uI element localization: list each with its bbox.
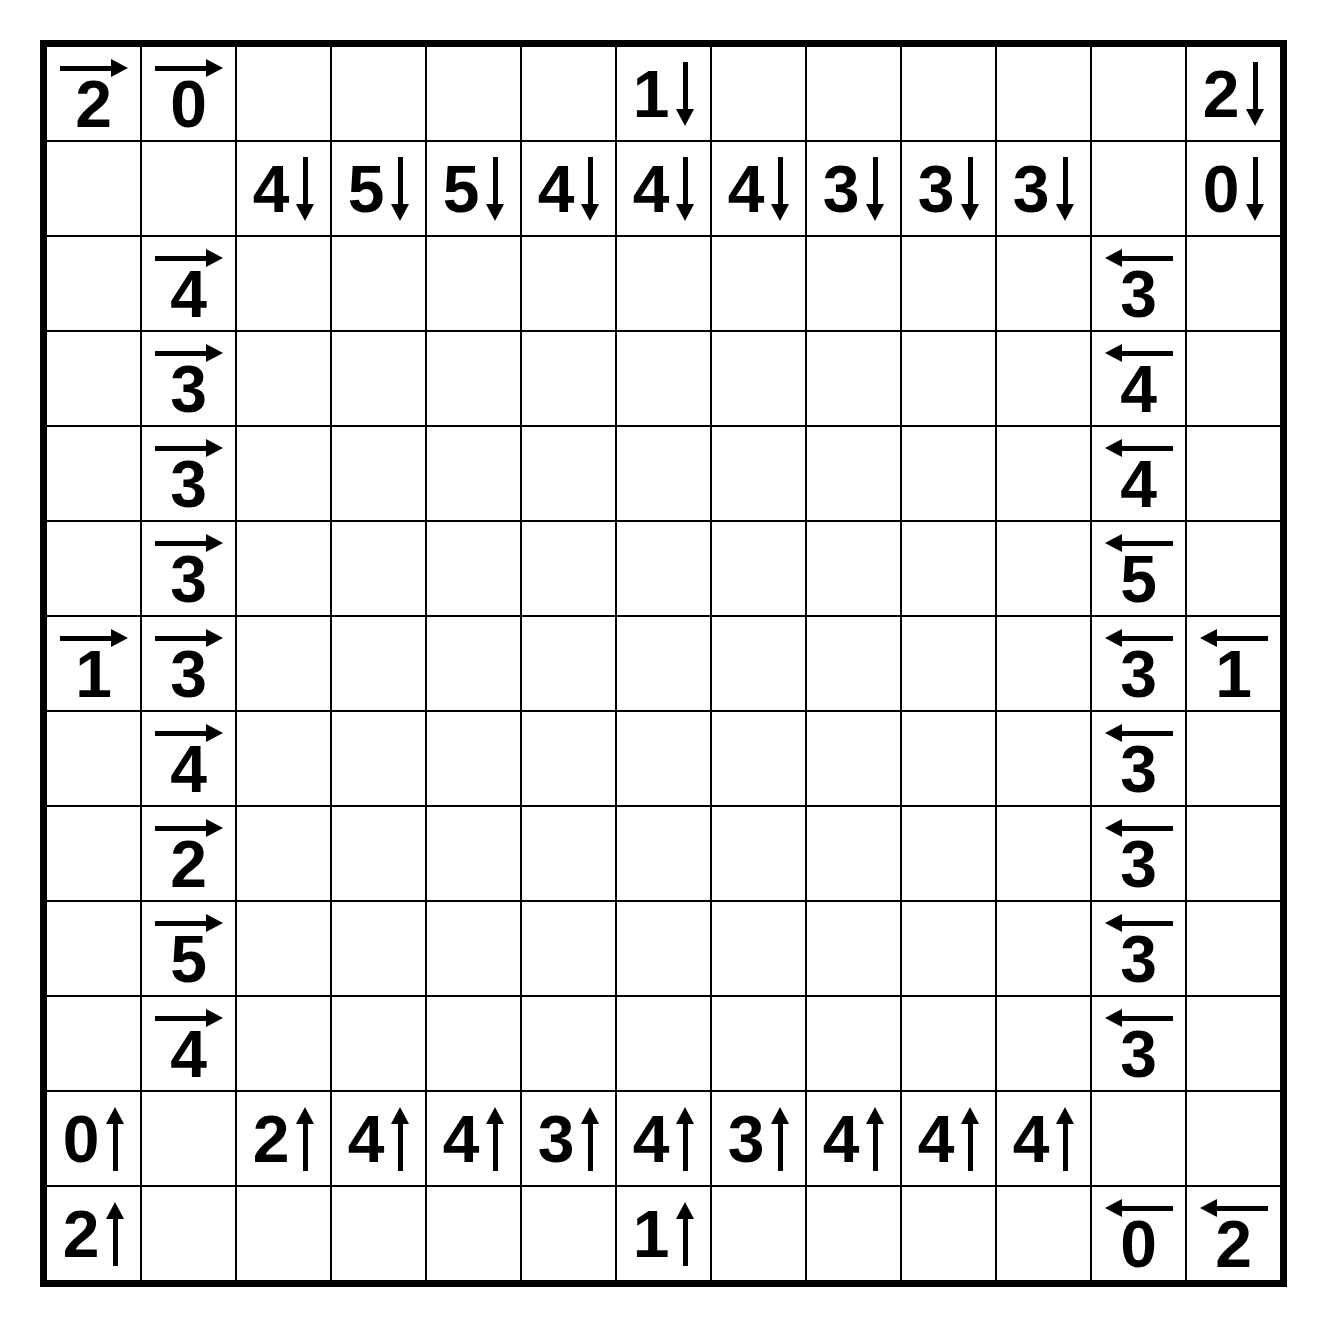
clue-number: 5 xyxy=(1120,554,1157,604)
cell-r3c10[interactable] xyxy=(901,236,996,331)
cell-r6c10[interactable] xyxy=(901,521,996,616)
cell-r11c12: 3 xyxy=(1091,996,1186,1091)
cell-r2c6: 4 xyxy=(521,141,616,236)
cell-r4c9[interactable] xyxy=(806,331,901,426)
arrow-right-icon xyxy=(155,249,223,267)
clue-number: 4 xyxy=(253,164,290,214)
clue-number: 2 xyxy=(253,1114,290,1164)
clue-number: 3 xyxy=(170,459,207,509)
cell-r12c5: 4 xyxy=(426,1091,521,1186)
cell-r9c11[interactable] xyxy=(996,806,1091,901)
cell-r13c3[interactable] xyxy=(236,1186,331,1281)
arrow-up-icon xyxy=(676,1202,694,1266)
arrow-left-icon xyxy=(1105,1199,1173,1217)
cell-r7c2: 3 xyxy=(141,616,236,711)
cell-r11c4[interactable] xyxy=(331,996,426,1091)
cell-r9c4[interactable] xyxy=(331,806,426,901)
arrow-right-icon xyxy=(155,914,223,932)
arrow-down-icon xyxy=(391,157,409,221)
clue-number: 5 xyxy=(443,164,480,214)
arrow-left-icon xyxy=(1105,629,1173,647)
cell-r10c9[interactable] xyxy=(806,901,901,996)
cell-r9c5[interactable] xyxy=(426,806,521,901)
clue-number: 4 xyxy=(443,1114,480,1164)
cell-r6c2: 3 xyxy=(141,521,236,616)
arrow-down-icon xyxy=(771,157,789,221)
cell-r6c3[interactable] xyxy=(236,521,331,616)
arrow-down-icon xyxy=(1246,157,1264,221)
arrow-right-icon xyxy=(60,59,128,77)
clue-number: 1 xyxy=(1215,649,1252,699)
arrow-left-icon xyxy=(1105,1009,1173,1027)
cell-r12c7: 4 xyxy=(616,1091,711,1186)
clue-number: 4 xyxy=(728,164,765,214)
clue-number: 3 xyxy=(728,1114,765,1164)
cell-r1c1: 2 xyxy=(46,46,141,141)
cell-r12c2[interactable] xyxy=(141,1091,236,1186)
cell-r2c11: 3 xyxy=(996,141,1091,236)
cell-r13c2[interactable] xyxy=(141,1186,236,1281)
cell-r2c5: 5 xyxy=(426,141,521,236)
cell-r12c10: 4 xyxy=(901,1091,996,1186)
cell-r3c11[interactable] xyxy=(996,236,1091,331)
cell-r6c1[interactable] xyxy=(46,521,141,616)
arrow-up-icon xyxy=(771,1107,789,1171)
cell-r4c13[interactable] xyxy=(1186,331,1281,426)
cell-r2c9: 3 xyxy=(806,141,901,236)
arrow-down-icon xyxy=(1246,62,1264,126)
arrow-right-icon xyxy=(155,1009,223,1027)
cell-r10c6[interactable] xyxy=(521,901,616,996)
cell-r10c2: 5 xyxy=(141,901,236,996)
clue-number: 2 xyxy=(1203,69,1240,119)
cell-r4c7[interactable] xyxy=(616,331,711,426)
arrow-left-icon xyxy=(1200,1199,1268,1217)
cell-r5c5[interactable] xyxy=(426,426,521,521)
cell-r4c5[interactable] xyxy=(426,331,521,426)
cell-r1c13: 2 xyxy=(1186,46,1281,141)
cell-r12c1: 0 xyxy=(46,1091,141,1186)
clue-number: 2 xyxy=(170,839,207,889)
arrow-up-icon xyxy=(961,1107,979,1171)
cell-r10c13[interactable] xyxy=(1186,901,1281,996)
cell-r10c1[interactable] xyxy=(46,901,141,996)
arrow-left-icon xyxy=(1105,439,1173,457)
cell-r2c2[interactable] xyxy=(141,141,236,236)
cell-r2c8: 4 xyxy=(711,141,806,236)
arrow-left-icon xyxy=(1105,914,1173,932)
cell-r3c7[interactable] xyxy=(616,236,711,331)
cell-r5c11[interactable] xyxy=(996,426,1091,521)
clue-number: 3 xyxy=(170,554,207,604)
clue-number: 4 xyxy=(1120,459,1157,509)
cell-r9c10[interactable] xyxy=(901,806,996,901)
cell-r3c9[interactable] xyxy=(806,236,901,331)
cell-r9c6[interactable] xyxy=(521,806,616,901)
cell-r9c13[interactable] xyxy=(1186,806,1281,901)
cell-r9c2: 2 xyxy=(141,806,236,901)
cell-r4c2: 3 xyxy=(141,331,236,426)
cell-r2c3: 4 xyxy=(236,141,331,236)
clue-number: 4 xyxy=(1013,1114,1050,1164)
cell-r12c11: 4 xyxy=(996,1091,1091,1186)
cell-r3c5[interactable] xyxy=(426,236,521,331)
cell-r8c13[interactable] xyxy=(1186,711,1281,806)
arrow-right-icon xyxy=(155,819,223,837)
cell-r10c4[interactable] xyxy=(331,901,426,996)
cell-r9c12: 3 xyxy=(1091,806,1186,901)
cell-r1c8[interactable] xyxy=(711,46,806,141)
arrow-down-icon xyxy=(676,62,694,126)
cell-r4c10[interactable] xyxy=(901,331,996,426)
clue-number: 4 xyxy=(633,1114,670,1164)
cell-r1c6[interactable] xyxy=(521,46,616,141)
cell-r5c8[interactable] xyxy=(711,426,806,521)
clue-number: 1 xyxy=(633,69,670,119)
cell-r10c8[interactable] xyxy=(711,901,806,996)
arrow-right-icon xyxy=(155,629,223,647)
cell-r2c13: 0 xyxy=(1186,141,1281,236)
clue-number: 1 xyxy=(75,649,112,699)
cell-r8c2: 4 xyxy=(141,711,236,806)
cell-r5c1[interactable] xyxy=(46,426,141,521)
cell-r6c4[interactable] xyxy=(331,521,426,616)
cell-r12c6: 3 xyxy=(521,1091,616,1186)
arrow-up-icon xyxy=(391,1107,409,1171)
cell-r8c5[interactable] xyxy=(426,711,521,806)
cell-r7c6[interactable] xyxy=(521,616,616,711)
yajilin-board: 2012455444333043343435133143235343024434… xyxy=(40,40,1287,1287)
cell-r13c7: 1 xyxy=(616,1186,711,1281)
cell-r7c13: 1 xyxy=(1186,616,1281,711)
cell-r7c3[interactable] xyxy=(236,616,331,711)
cell-r10c7[interactable] xyxy=(616,901,711,996)
cell-r5c9[interactable] xyxy=(806,426,901,521)
clue-number: 3 xyxy=(170,649,207,699)
cell-r8c1[interactable] xyxy=(46,711,141,806)
clue-number: 4 xyxy=(633,164,670,214)
cell-r13c8[interactable] xyxy=(711,1186,806,1281)
cell-r1c5[interactable] xyxy=(426,46,521,141)
arrow-right-icon xyxy=(155,534,223,552)
cell-r13c5[interactable] xyxy=(426,1186,521,1281)
cell-r8c4[interactable] xyxy=(331,711,426,806)
cell-r5c7[interactable] xyxy=(616,426,711,521)
clue-number: 2 xyxy=(63,1209,100,1259)
clue-number: 4 xyxy=(1120,364,1157,414)
cell-r9c1[interactable] xyxy=(46,806,141,901)
cell-r4c12: 4 xyxy=(1091,331,1186,426)
cell-r7c9[interactable] xyxy=(806,616,901,711)
cell-r11c9[interactable] xyxy=(806,996,901,1091)
arrow-down-icon xyxy=(296,157,314,221)
arrow-left-icon xyxy=(1105,724,1173,742)
clue-number: 0 xyxy=(1120,1219,1157,1269)
cell-r7c10[interactable] xyxy=(901,616,996,711)
cell-r13c10[interactable] xyxy=(901,1186,996,1281)
clue-number: 0 xyxy=(170,79,207,129)
cell-r8c7[interactable] xyxy=(616,711,711,806)
cell-r11c2: 4 xyxy=(141,996,236,1091)
clue-number: 1 xyxy=(633,1209,670,1259)
cell-r12c8: 3 xyxy=(711,1091,806,1186)
arrow-up-icon xyxy=(106,1107,124,1171)
clue-number: 3 xyxy=(170,364,207,414)
clue-number: 4 xyxy=(823,1114,860,1164)
cell-r8c9[interactable] xyxy=(806,711,901,806)
cell-r3c13[interactable] xyxy=(1186,236,1281,331)
arrow-up-icon xyxy=(1056,1107,1074,1171)
clue-number: 4 xyxy=(918,1114,955,1164)
arrow-down-icon xyxy=(866,157,884,221)
cell-r11c13[interactable] xyxy=(1186,996,1281,1091)
clue-number: 4 xyxy=(170,744,207,794)
arrow-down-icon xyxy=(676,157,694,221)
cell-r9c8[interactable] xyxy=(711,806,806,901)
arrow-right-icon xyxy=(60,629,128,647)
cell-r4c6[interactable] xyxy=(521,331,616,426)
clue-number: 3 xyxy=(1120,934,1157,984)
cell-r12c9: 4 xyxy=(806,1091,901,1186)
cell-r7c8[interactable] xyxy=(711,616,806,711)
cell-r6c8[interactable] xyxy=(711,521,806,616)
cell-r5c2: 3 xyxy=(141,426,236,521)
cell-r13c1: 2 xyxy=(46,1186,141,1281)
cell-r3c12: 3 xyxy=(1091,236,1186,331)
cell-r6c6[interactable] xyxy=(521,521,616,616)
cell-r13c4[interactable] xyxy=(331,1186,426,1281)
cell-r5c4[interactable] xyxy=(331,426,426,521)
cell-r1c10[interactable] xyxy=(901,46,996,141)
cell-r12c13[interactable] xyxy=(1186,1091,1281,1186)
cell-r2c10: 3 xyxy=(901,141,996,236)
cell-r1c11[interactable] xyxy=(996,46,1091,141)
arrow-up-icon xyxy=(581,1107,599,1171)
arrow-up-icon xyxy=(676,1107,694,1171)
arrow-up-icon xyxy=(106,1202,124,1266)
cell-r4c8[interactable] xyxy=(711,331,806,426)
cell-r1c7: 1 xyxy=(616,46,711,141)
cell-r2c12[interactable] xyxy=(1091,141,1186,236)
clue-number: 3 xyxy=(918,164,955,214)
cell-r8c12: 3 xyxy=(1091,711,1186,806)
arrow-right-icon xyxy=(155,724,223,742)
cell-r9c3[interactable] xyxy=(236,806,331,901)
arrow-up-icon xyxy=(296,1107,314,1171)
cell-r5c10[interactable] xyxy=(901,426,996,521)
cell-r11c7[interactable] xyxy=(616,996,711,1091)
arrow-down-icon xyxy=(961,157,979,221)
cell-r2c1[interactable] xyxy=(46,141,141,236)
cell-r3c6[interactable] xyxy=(521,236,616,331)
arrow-down-icon xyxy=(486,157,504,221)
cell-r6c11[interactable] xyxy=(996,521,1091,616)
cell-r8c6[interactable] xyxy=(521,711,616,806)
cell-r5c3[interactable] xyxy=(236,426,331,521)
cell-r6c9[interactable] xyxy=(806,521,901,616)
cell-r6c12: 5 xyxy=(1091,521,1186,616)
cell-r3c1[interactable] xyxy=(46,236,141,331)
cell-r10c10[interactable] xyxy=(901,901,996,996)
clue-number: 3 xyxy=(1120,744,1157,794)
cell-r11c11[interactable] xyxy=(996,996,1091,1091)
arrow-up-icon xyxy=(486,1107,504,1171)
cell-r13c9[interactable] xyxy=(806,1186,901,1281)
cell-r10c12: 3 xyxy=(1091,901,1186,996)
cell-r7c7[interactable] xyxy=(616,616,711,711)
cell-r12c12[interactable] xyxy=(1091,1091,1186,1186)
cell-r3c3[interactable] xyxy=(236,236,331,331)
cell-r3c4[interactable] xyxy=(331,236,426,331)
clue-number: 4 xyxy=(538,164,575,214)
cell-r10c5[interactable] xyxy=(426,901,521,996)
arrow-left-icon xyxy=(1105,249,1173,267)
cell-r1c9[interactable] xyxy=(806,46,901,141)
clue-number: 0 xyxy=(1203,164,1240,214)
cell-r3c2: 4 xyxy=(141,236,236,331)
arrow-right-icon xyxy=(155,439,223,457)
clue-number: 2 xyxy=(75,79,112,129)
cell-r13c11[interactable] xyxy=(996,1186,1091,1281)
cell-r12c3: 2 xyxy=(236,1091,331,1186)
cell-r4c11[interactable] xyxy=(996,331,1091,426)
arrow-left-icon xyxy=(1105,534,1173,552)
cell-r4c4[interactable] xyxy=(331,331,426,426)
clue-number: 3 xyxy=(1120,839,1157,889)
cell-r8c11[interactable] xyxy=(996,711,1091,806)
clue-number: 4 xyxy=(170,1029,207,1079)
cell-r12c4: 4 xyxy=(331,1091,426,1186)
arrow-left-icon xyxy=(1200,629,1268,647)
cell-r8c8[interactable] xyxy=(711,711,806,806)
clue-number: 2 xyxy=(1215,1219,1252,1269)
arrow-down-icon xyxy=(581,157,599,221)
cell-r10c11[interactable] xyxy=(996,901,1091,996)
clue-number: 0 xyxy=(63,1114,100,1164)
cell-r7c1: 1 xyxy=(46,616,141,711)
cell-r13c13: 2 xyxy=(1186,1186,1281,1281)
arrow-up-icon xyxy=(866,1107,884,1171)
clue-number: 3 xyxy=(538,1114,575,1164)
arrow-left-icon xyxy=(1105,344,1173,362)
clue-number: 4 xyxy=(348,1114,385,1164)
cell-r3c8[interactable] xyxy=(711,236,806,331)
clue-number: 4 xyxy=(170,269,207,319)
arrow-left-icon xyxy=(1105,819,1173,837)
arrow-right-icon xyxy=(155,59,223,77)
cell-r7c11[interactable] xyxy=(996,616,1091,711)
cell-r5c6[interactable] xyxy=(521,426,616,521)
cell-r1c3[interactable] xyxy=(236,46,331,141)
cell-r7c5[interactable] xyxy=(426,616,521,711)
cell-r11c6[interactable] xyxy=(521,996,616,1091)
cell-r10c3[interactable] xyxy=(236,901,331,996)
cell-r7c4[interactable] xyxy=(331,616,426,711)
cell-r5c12: 4 xyxy=(1091,426,1186,521)
cell-r8c3[interactable] xyxy=(236,711,331,806)
cell-r5c13[interactable] xyxy=(1186,426,1281,521)
cell-r4c1[interactable] xyxy=(46,331,141,426)
arrow-right-icon xyxy=(155,344,223,362)
cell-r1c12[interactable] xyxy=(1091,46,1186,141)
clue-number: 3 xyxy=(1120,1029,1157,1079)
cell-r11c3[interactable] xyxy=(236,996,331,1091)
cell-r11c5[interactable] xyxy=(426,996,521,1091)
cell-r7c12: 3 xyxy=(1091,616,1186,711)
clue-number: 3 xyxy=(1120,649,1157,699)
cell-r13c12: 0 xyxy=(1091,1186,1186,1281)
cell-r9c9[interactable] xyxy=(806,806,901,901)
cell-r8c10[interactable] xyxy=(901,711,996,806)
cell-r6c7[interactable] xyxy=(616,521,711,616)
clue-number: 5 xyxy=(170,934,207,984)
cell-r2c7: 4 xyxy=(616,141,711,236)
cell-r1c2: 0 xyxy=(141,46,236,141)
cell-r6c5[interactable] xyxy=(426,521,521,616)
clue-number: 3 xyxy=(1120,269,1157,319)
cell-r1c4[interactable] xyxy=(331,46,426,141)
cell-r11c10[interactable] xyxy=(901,996,996,1091)
cell-r9c7[interactable] xyxy=(616,806,711,901)
cell-r11c8[interactable] xyxy=(711,996,806,1091)
clue-number: 5 xyxy=(348,164,385,214)
cell-r2c4: 5 xyxy=(331,141,426,236)
clue-number: 3 xyxy=(1013,164,1050,214)
arrow-down-icon xyxy=(1056,157,1074,221)
cell-r11c1[interactable] xyxy=(46,996,141,1091)
cell-r4c3[interactable] xyxy=(236,331,331,426)
clue-number: 3 xyxy=(823,164,860,214)
cell-r13c6[interactable] xyxy=(521,1186,616,1281)
cell-r6c13[interactable] xyxy=(1186,521,1281,616)
